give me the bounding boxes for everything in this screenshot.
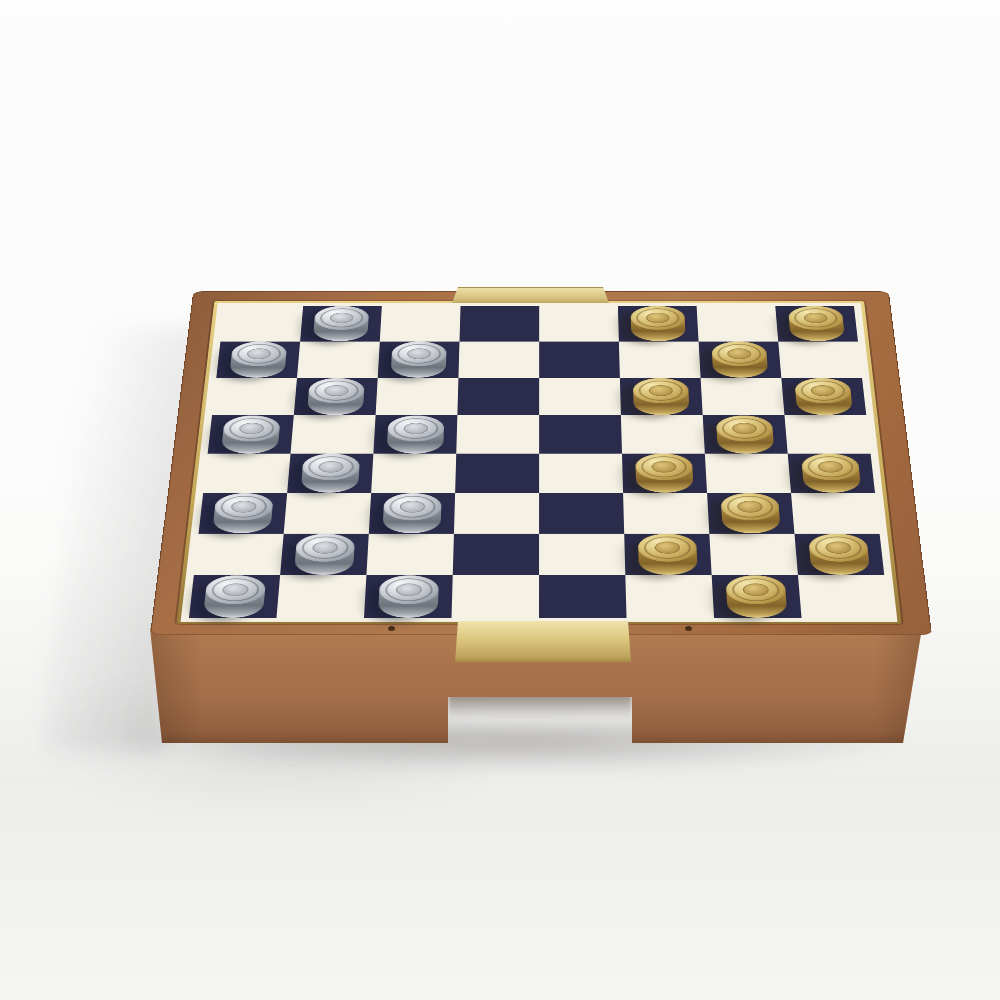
- board-square[interactable]: [539, 378, 621, 415]
- board-square[interactable]: [451, 575, 539, 618]
- checker-gold[interactable]: [721, 499, 781, 526]
- checker-gold[interactable]: [801, 460, 860, 487]
- checker-face: [638, 534, 697, 562]
- checkers-board: [189, 306, 889, 618]
- board-square[interactable]: [624, 533, 711, 575]
- checker-gold[interactable]: [635, 460, 693, 487]
- board-square[interactable]: [622, 454, 707, 493]
- board-square[interactable]: [378, 341, 460, 377]
- board-square[interactable]: [788, 454, 875, 493]
- board-square[interactable]: [623, 493, 709, 533]
- checker-face: [716, 415, 774, 441]
- board-square[interactable]: [539, 454, 623, 493]
- board-square[interactable]: [194, 533, 284, 575]
- product-photo-canvas: [0, 0, 1000, 1000]
- board-square[interactable]: [459, 306, 539, 341]
- board-square[interactable]: [454, 493, 539, 533]
- board-square[interactable]: [453, 533, 539, 575]
- checker-gold[interactable]: [716, 421, 774, 447]
- board-square[interactable]: [539, 575, 627, 618]
- board-square[interactable]: [366, 533, 454, 575]
- checker-silver[interactable]: [391, 347, 447, 372]
- board-square[interactable]: [712, 575, 802, 618]
- board-square[interactable]: [455, 454, 539, 493]
- board-square[interactable]: [380, 306, 461, 341]
- board-square[interactable]: [697, 306, 779, 341]
- checker-gold[interactable]: [726, 582, 787, 611]
- board-square[interactable]: [364, 575, 453, 618]
- board-square[interactable]: [703, 415, 788, 453]
- board-square[interactable]: [371, 454, 456, 493]
- rim-pin-hole: [685, 626, 692, 631]
- checker-face: [635, 454, 693, 481]
- board-square[interactable]: [369, 493, 455, 533]
- checker-silver[interactable]: [230, 347, 287, 372]
- board-square[interactable]: [539, 533, 625, 575]
- board-square[interactable]: [284, 493, 371, 533]
- checker-gold[interactable]: [809, 540, 870, 568]
- board-square[interactable]: [373, 415, 457, 453]
- board-square[interactable]: [781, 378, 866, 415]
- board-square[interactable]: [707, 493, 794, 533]
- board-square[interactable]: [621, 415, 705, 453]
- board-square[interactable]: [203, 454, 290, 493]
- board-square[interactable]: [276, 575, 366, 618]
- board-square[interactable]: [625, 575, 714, 618]
- board-square[interactable]: [709, 533, 798, 575]
- rim-pin-hole: [388, 626, 395, 631]
- board-square[interactable]: [457, 378, 539, 415]
- box-top-face: [150, 291, 932, 635]
- board-square[interactable]: [618, 306, 699, 341]
- board-square[interactable]: [297, 341, 380, 377]
- board-square[interactable]: [287, 454, 373, 493]
- board-square[interactable]: [539, 493, 624, 533]
- board-square[interactable]: [456, 415, 539, 453]
- brass-trim: [176, 301, 901, 623]
- checker-silver[interactable]: [301, 460, 360, 487]
- board-square[interactable]: [778, 341, 862, 377]
- checker-face: [720, 493, 779, 520]
- board-square[interactable]: [784, 415, 870, 453]
- checker-gold[interactable]: [633, 384, 689, 409]
- checker-face: [633, 378, 689, 403]
- board-square[interactable]: [458, 341, 539, 377]
- board-square[interactable]: [775, 306, 858, 341]
- checker-gold[interactable]: [631, 312, 686, 336]
- front-notch-shadow: [448, 694, 632, 724]
- checker-face: [711, 342, 767, 367]
- checker-silver[interactable]: [307, 384, 364, 409]
- board-square[interactable]: [699, 341, 782, 377]
- checker-silver[interactable]: [387, 421, 444, 447]
- checker-gold[interactable]: [712, 347, 768, 372]
- board-square[interactable]: [280, 533, 369, 575]
- board-square[interactable]: [620, 378, 703, 415]
- board-square[interactable]: [701, 378, 785, 415]
- checker-silver[interactable]: [313, 312, 369, 336]
- brass-handle-tab-bottom: [455, 621, 631, 662]
- board-square[interactable]: [199, 493, 288, 533]
- board-square[interactable]: [291, 415, 376, 453]
- board-square[interactable]: [794, 533, 884, 575]
- board-square[interactable]: [798, 575, 889, 618]
- board-square[interactable]: [791, 493, 880, 533]
- checker-face: [387, 415, 444, 441]
- board-square[interactable]: [208, 415, 294, 453]
- board-surface: [181, 303, 898, 622]
- brass-handle-tab-top: [452, 287, 609, 304]
- board-square[interactable]: [189, 575, 280, 618]
- checker-gold[interactable]: [795, 384, 853, 409]
- checker-silver[interactable]: [213, 499, 273, 526]
- board-square[interactable]: [212, 378, 297, 415]
- board-square[interactable]: [300, 306, 382, 341]
- checker-silver[interactable]: [294, 540, 354, 568]
- checker-face: [725, 575, 786, 604]
- board-square[interactable]: [220, 306, 303, 341]
- board-square[interactable]: [216, 341, 300, 377]
- checker-silver[interactable]: [378, 582, 438, 611]
- checker-silver[interactable]: [204, 582, 266, 611]
- board-square[interactable]: [619, 341, 701, 377]
- board-square[interactable]: [376, 378, 459, 415]
- checker-face: [379, 575, 439, 604]
- board-square[interactable]: [705, 454, 791, 493]
- checker-gold[interactable]: [788, 312, 844, 336]
- board-square[interactable]: [539, 341, 620, 377]
- checker-silver[interactable]: [222, 421, 281, 447]
- board-square[interactable]: [539, 415, 622, 453]
- board-square[interactable]: [294, 378, 378, 415]
- checker-silver[interactable]: [383, 499, 442, 526]
- checker-gold[interactable]: [638, 540, 698, 568]
- board-square[interactable]: [539, 306, 619, 341]
